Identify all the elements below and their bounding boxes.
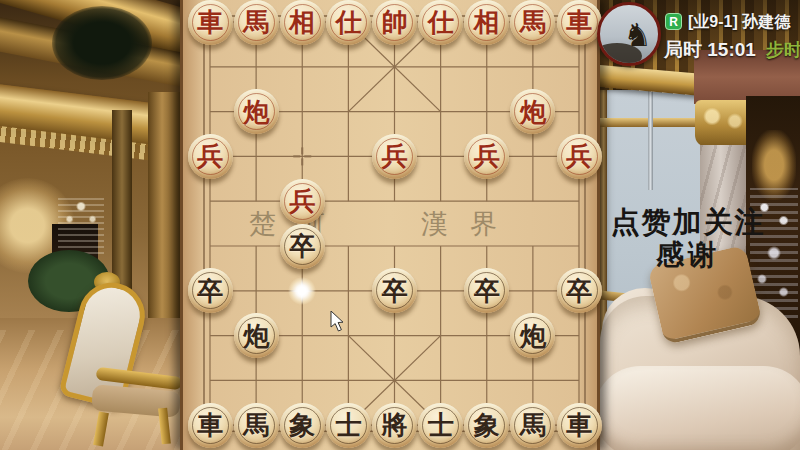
piece-glyph: 兵 <box>382 143 408 169</box>
piece-glyph: 帥 <box>382 9 408 35</box>
piece-glyph: 車 <box>197 9 223 35</box>
piece-glyph: 兵 <box>474 143 500 169</box>
piece-glyph: 馬 <box>243 9 269 35</box>
step-clock-label: 步时 <box>766 38 800 62</box>
rank-badge-icon: R <box>665 13 682 30</box>
piece-black-卒[interactable]: 卒 <box>372 268 417 313</box>
piece-red-炮[interactable]: 炮 <box>234 89 279 134</box>
piece-red-兵[interactable]: 兵 <box>557 134 602 179</box>
piece-red-車[interactable]: 車 <box>557 0 602 45</box>
piece-glyph: 仕 <box>428 9 454 35</box>
piece-black-士[interactable]: 士 <box>418 403 463 448</box>
piece-glyph: 兵 <box>566 143 592 169</box>
piece-black-馬[interactable]: 馬 <box>510 403 555 448</box>
streamer-name: [业9-1] 孙建德 <box>688 12 800 33</box>
piece-glyph: 馬 <box>520 412 546 438</box>
piece-glyph: 車 <box>566 412 592 438</box>
piece-glyph: 炮 <box>520 323 546 349</box>
piece-glyph: 馬 <box>243 412 269 438</box>
column-capital <box>695 100 752 147</box>
piece-black-卒[interactable]: 卒 <box>280 224 325 269</box>
piece-black-車[interactable]: 車 <box>188 403 233 448</box>
piece-glyph: 相 <box>289 9 315 35</box>
piece-glyph: 兵 <box>197 143 223 169</box>
move-origin-highlight <box>288 277 316 305</box>
piece-glyph: 卒 <box>382 278 408 304</box>
piece-glyph: 卒 <box>289 233 315 259</box>
window-mullion <box>648 90 653 190</box>
background-left-room <box>0 0 183 450</box>
piece-glyph: 士 <box>428 412 454 438</box>
piece-red-車[interactable]: 車 <box>188 0 233 45</box>
piece-red-兵[interactable]: 兵 <box>464 134 509 179</box>
candelabra-icon <box>58 196 104 254</box>
piece-red-相[interactable]: 相 <box>464 0 509 45</box>
piece-glyph: 仕 <box>335 9 361 35</box>
piece-black-卒[interactable]: 卒 <box>557 268 602 313</box>
piece-glyph: 炮 <box>243 99 269 125</box>
caption-line2: 感谢 <box>600 236 776 274</box>
piece-glyph: 卒 <box>566 278 592 304</box>
piece-glyph: 兵 <box>289 188 315 214</box>
piece-glyph: 象 <box>474 412 500 438</box>
piece-red-帥[interactable]: 帥 <box>372 0 417 45</box>
sofa-front-roll <box>600 366 800 450</box>
mouse-cursor-icon <box>330 311 346 337</box>
piece-black-車[interactable]: 車 <box>557 403 602 448</box>
piece-red-仕[interactable]: 仕 <box>326 0 371 45</box>
piece-black-士[interactable]: 士 <box>326 403 371 448</box>
piece-glyph: 炮 <box>243 323 269 349</box>
piece-glyph: 炮 <box>520 99 546 125</box>
piece-glyph: 士 <box>335 412 361 438</box>
xiangqi-board[interactable]: 楚河 漢界 車馬相仕帥仕相馬車炮炮兵兵兵兵兵卒卒卒卒卒炮炮車馬象士將士象馬車 <box>180 0 600 450</box>
piece-red-馬[interactable]: 馬 <box>510 0 555 45</box>
piece-red-兵[interactable]: 兵 <box>372 134 417 179</box>
piece-glyph: 卒 <box>474 278 500 304</box>
ceiling-plant-silhouette <box>52 6 152 80</box>
piece-red-兵[interactable]: 兵 <box>280 179 325 224</box>
board-grid <box>183 0 603 450</box>
piece-red-兵[interactable]: 兵 <box>188 134 233 179</box>
gold-pilaster <box>148 92 183 352</box>
piece-glyph: 象 <box>289 412 315 438</box>
piece-black-象[interactable]: 象 <box>464 403 509 448</box>
piece-glyph: 相 <box>474 9 500 35</box>
piece-glyph: 馬 <box>520 9 546 35</box>
piece-red-相[interactable]: 相 <box>280 0 325 45</box>
piece-black-將[interactable]: 將 <box>372 403 417 448</box>
piece-black-炮[interactable]: 炮 <box>234 313 279 358</box>
piece-black-卒[interactable]: 卒 <box>188 268 233 313</box>
piece-glyph: 將 <box>382 412 408 438</box>
piece-black-象[interactable]: 象 <box>280 403 325 448</box>
piece-black-馬[interactable]: 馬 <box>234 403 279 448</box>
streamer-avatar[interactable]: ♞ <box>597 2 661 66</box>
game-clock: 局时 15:01 <box>664 37 756 63</box>
piece-red-馬[interactable]: 馬 <box>234 0 279 45</box>
piece-glyph: 車 <box>197 412 223 438</box>
river-label-right: 漢界 <box>421 208 519 240</box>
piece-glyph: 卒 <box>197 278 223 304</box>
stream-frame: 楚河 漢界 車馬相仕帥仕相馬車炮炮兵兵兵兵兵卒卒卒卒卒炮炮車馬象士將士象馬車 ♞… <box>0 0 800 450</box>
horse-icon: ♞ <box>623 19 652 51</box>
piece-red-仕[interactable]: 仕 <box>418 0 463 45</box>
piece-glyph: 車 <box>566 9 592 35</box>
